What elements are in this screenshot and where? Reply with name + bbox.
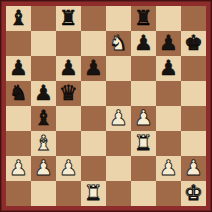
piece-black-pawn-g6[interactable]: ♟ xyxy=(156,56,181,81)
square-a4[interactable] xyxy=(6,106,31,131)
piece-white-knight-e7[interactable]: ♞ xyxy=(106,31,131,56)
square-d5[interactable] xyxy=(81,81,106,106)
square-h7[interactable]: ♚ xyxy=(181,31,206,56)
square-g1[interactable] xyxy=(156,181,181,206)
piece-white-pawn-g2[interactable]: ♟ xyxy=(156,156,181,181)
piece-white-rook-f3[interactable]: ♜ xyxy=(131,131,156,156)
square-f1[interactable] xyxy=(131,181,156,206)
square-a8[interactable]: ♝ xyxy=(6,6,31,31)
piece-black-pawn-a6[interactable]: ♟ xyxy=(6,56,31,81)
square-c1[interactable] xyxy=(56,181,81,206)
square-d1[interactable]: ♜ xyxy=(81,181,106,206)
square-h6[interactable] xyxy=(181,56,206,81)
square-g2[interactable]: ♟ xyxy=(156,156,181,181)
square-e4[interactable]: ♟ xyxy=(106,106,131,131)
square-b8[interactable] xyxy=(31,6,56,31)
square-f2[interactable] xyxy=(131,156,156,181)
square-f5[interactable] xyxy=(131,81,156,106)
square-c2[interactable]: ♟ xyxy=(56,156,81,181)
piece-black-knight-a5[interactable]: ♞ xyxy=(6,81,31,106)
square-a6[interactable]: ♟ xyxy=(6,56,31,81)
piece-black-pawn-d6[interactable]: ♟ xyxy=(81,56,106,81)
square-a5[interactable]: ♞ xyxy=(6,81,31,106)
piece-white-king-h1[interactable]: ♚ xyxy=(181,181,206,206)
square-e2[interactable] xyxy=(106,156,131,181)
square-e1[interactable] xyxy=(106,181,131,206)
square-h3[interactable] xyxy=(181,131,206,156)
piece-white-pawn-c2[interactable]: ♟ xyxy=(56,156,81,181)
square-g7[interactable]: ♟ xyxy=(156,31,181,56)
square-g3[interactable] xyxy=(156,131,181,156)
piece-black-pawn-g7[interactable]: ♟ xyxy=(156,31,181,56)
square-f4[interactable]: ♟ xyxy=(131,106,156,131)
piece-white-bishop-b3[interactable]: ♝ xyxy=(31,131,56,156)
piece-white-pawn-e4[interactable]: ♟ xyxy=(106,106,131,131)
square-a7[interactable] xyxy=(6,31,31,56)
square-e8[interactable] xyxy=(106,6,131,31)
square-c7[interactable] xyxy=(56,31,81,56)
board-frame: ♝♜♜♞♟♟♚♟♟♟♟♞♟♛♝♟♟♝♜♟♟♟♟♟♜♚ xyxy=(0,0,212,212)
piece-white-rook-d1[interactable]: ♜ xyxy=(81,181,106,206)
piece-black-pawn-c6[interactable]: ♟ xyxy=(56,56,81,81)
square-b3[interactable]: ♝ xyxy=(31,131,56,156)
square-e3[interactable] xyxy=(106,131,131,156)
square-g5[interactable] xyxy=(156,81,181,106)
square-d8[interactable] xyxy=(81,6,106,31)
square-f6[interactable] xyxy=(131,56,156,81)
chess-board: ♝♜♜♞♟♟♚♟♟♟♟♞♟♛♝♟♟♝♜♟♟♟♟♟♜♚ xyxy=(6,6,206,206)
square-h5[interactable] xyxy=(181,81,206,106)
square-e7[interactable]: ♞ xyxy=(106,31,131,56)
square-c6[interactable]: ♟ xyxy=(56,56,81,81)
square-f8[interactable]: ♜ xyxy=(131,6,156,31)
square-d3[interactable] xyxy=(81,131,106,156)
piece-black-bishop-b4[interactable]: ♝ xyxy=(31,106,56,131)
square-h8[interactable] xyxy=(181,6,206,31)
square-b1[interactable] xyxy=(31,181,56,206)
square-d2[interactable] xyxy=(81,156,106,181)
square-b4[interactable]: ♝ xyxy=(31,106,56,131)
piece-black-pawn-b5[interactable]: ♟ xyxy=(31,81,56,106)
square-g8[interactable] xyxy=(156,6,181,31)
piece-black-rook-c8[interactable]: ♜ xyxy=(56,6,81,31)
piece-black-queen-c5[interactable]: ♛ xyxy=(56,81,81,106)
piece-black-rook-f8[interactable]: ♜ xyxy=(131,6,156,31)
piece-white-pawn-h2[interactable]: ♟ xyxy=(181,156,206,181)
square-h2[interactable]: ♟ xyxy=(181,156,206,181)
square-f3[interactable]: ♜ xyxy=(131,131,156,156)
piece-black-bishop-a8[interactable]: ♝ xyxy=(6,6,31,31)
square-f7[interactable]: ♟ xyxy=(131,31,156,56)
square-e5[interactable] xyxy=(106,81,131,106)
piece-white-pawn-b2[interactable]: ♟ xyxy=(31,156,56,181)
square-d7[interactable] xyxy=(81,31,106,56)
piece-white-pawn-a2[interactable]: ♟ xyxy=(6,156,31,181)
square-e6[interactable] xyxy=(106,56,131,81)
square-a2[interactable]: ♟ xyxy=(6,156,31,181)
piece-black-king-h7[interactable]: ♚ xyxy=(181,31,206,56)
square-c8[interactable]: ♜ xyxy=(56,6,81,31)
square-b2[interactable]: ♟ xyxy=(31,156,56,181)
square-c5[interactable]: ♛ xyxy=(56,81,81,106)
square-b6[interactable] xyxy=(31,56,56,81)
square-a3[interactable] xyxy=(6,131,31,156)
square-a1[interactable] xyxy=(6,181,31,206)
square-b5[interactable]: ♟ xyxy=(31,81,56,106)
square-d4[interactable] xyxy=(81,106,106,131)
piece-white-pawn-f4[interactable]: ♟ xyxy=(131,106,156,131)
square-c4[interactable] xyxy=(56,106,81,131)
square-d6[interactable]: ♟ xyxy=(81,56,106,81)
square-h1[interactable]: ♚ xyxy=(181,181,206,206)
square-g4[interactable] xyxy=(156,106,181,131)
square-h4[interactable] xyxy=(181,106,206,131)
square-c3[interactable] xyxy=(56,131,81,156)
square-b7[interactable] xyxy=(31,31,56,56)
piece-black-pawn-f7[interactable]: ♟ xyxy=(131,31,156,56)
square-g6[interactable]: ♟ xyxy=(156,56,181,81)
